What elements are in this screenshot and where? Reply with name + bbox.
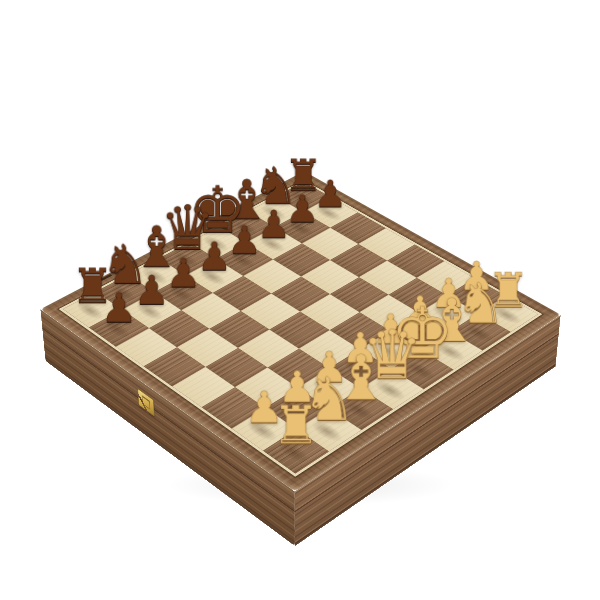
chess-board: ♜♟♟♜♞♟♟♞♝♟♟♝♚♟♟♚♛♟♟♛♝♟♟♝♞♟♟♞♜♟♟♜ (59, 180, 543, 477)
product-photo-scene: ♜♟♟♜♞♟♟♞♝♟♟♝♚♟♟♚♛♟♟♛♝♟♟♝♞♟♟♞♜♟♟♜ (0, 0, 600, 600)
piece-anchor-a1: ♜ (263, 429, 329, 473)
black-pawn: ♟ (227, 221, 261, 259)
white-rook: ♜ (272, 398, 320, 451)
square-a1: ♜ (263, 429, 329, 473)
black-pawn: ♟ (166, 253, 201, 292)
black-pawn: ♟ (197, 237, 232, 276)
box-lid-top: ♜♟♟♜♞♟♟♞♝♟♟♝♚♟♟♚♛♟♟♛♝♟♟♝♞♟♟♞♜♟♟♜ (40, 171, 560, 491)
black-pawn: ♟ (101, 287, 137, 328)
brass-clasp (137, 388, 154, 417)
black-pawn: ♟ (134, 270, 170, 310)
black-pawn: ♟ (257, 205, 291, 243)
chess-box: ♜♟♟♜♞♟♟♞♝♟♟♝♚♟♟♚♛♟♟♛♝♟♟♝♞♟♟♞♜♟♟♜ (40, 171, 560, 491)
square-a5 (144, 347, 206, 386)
